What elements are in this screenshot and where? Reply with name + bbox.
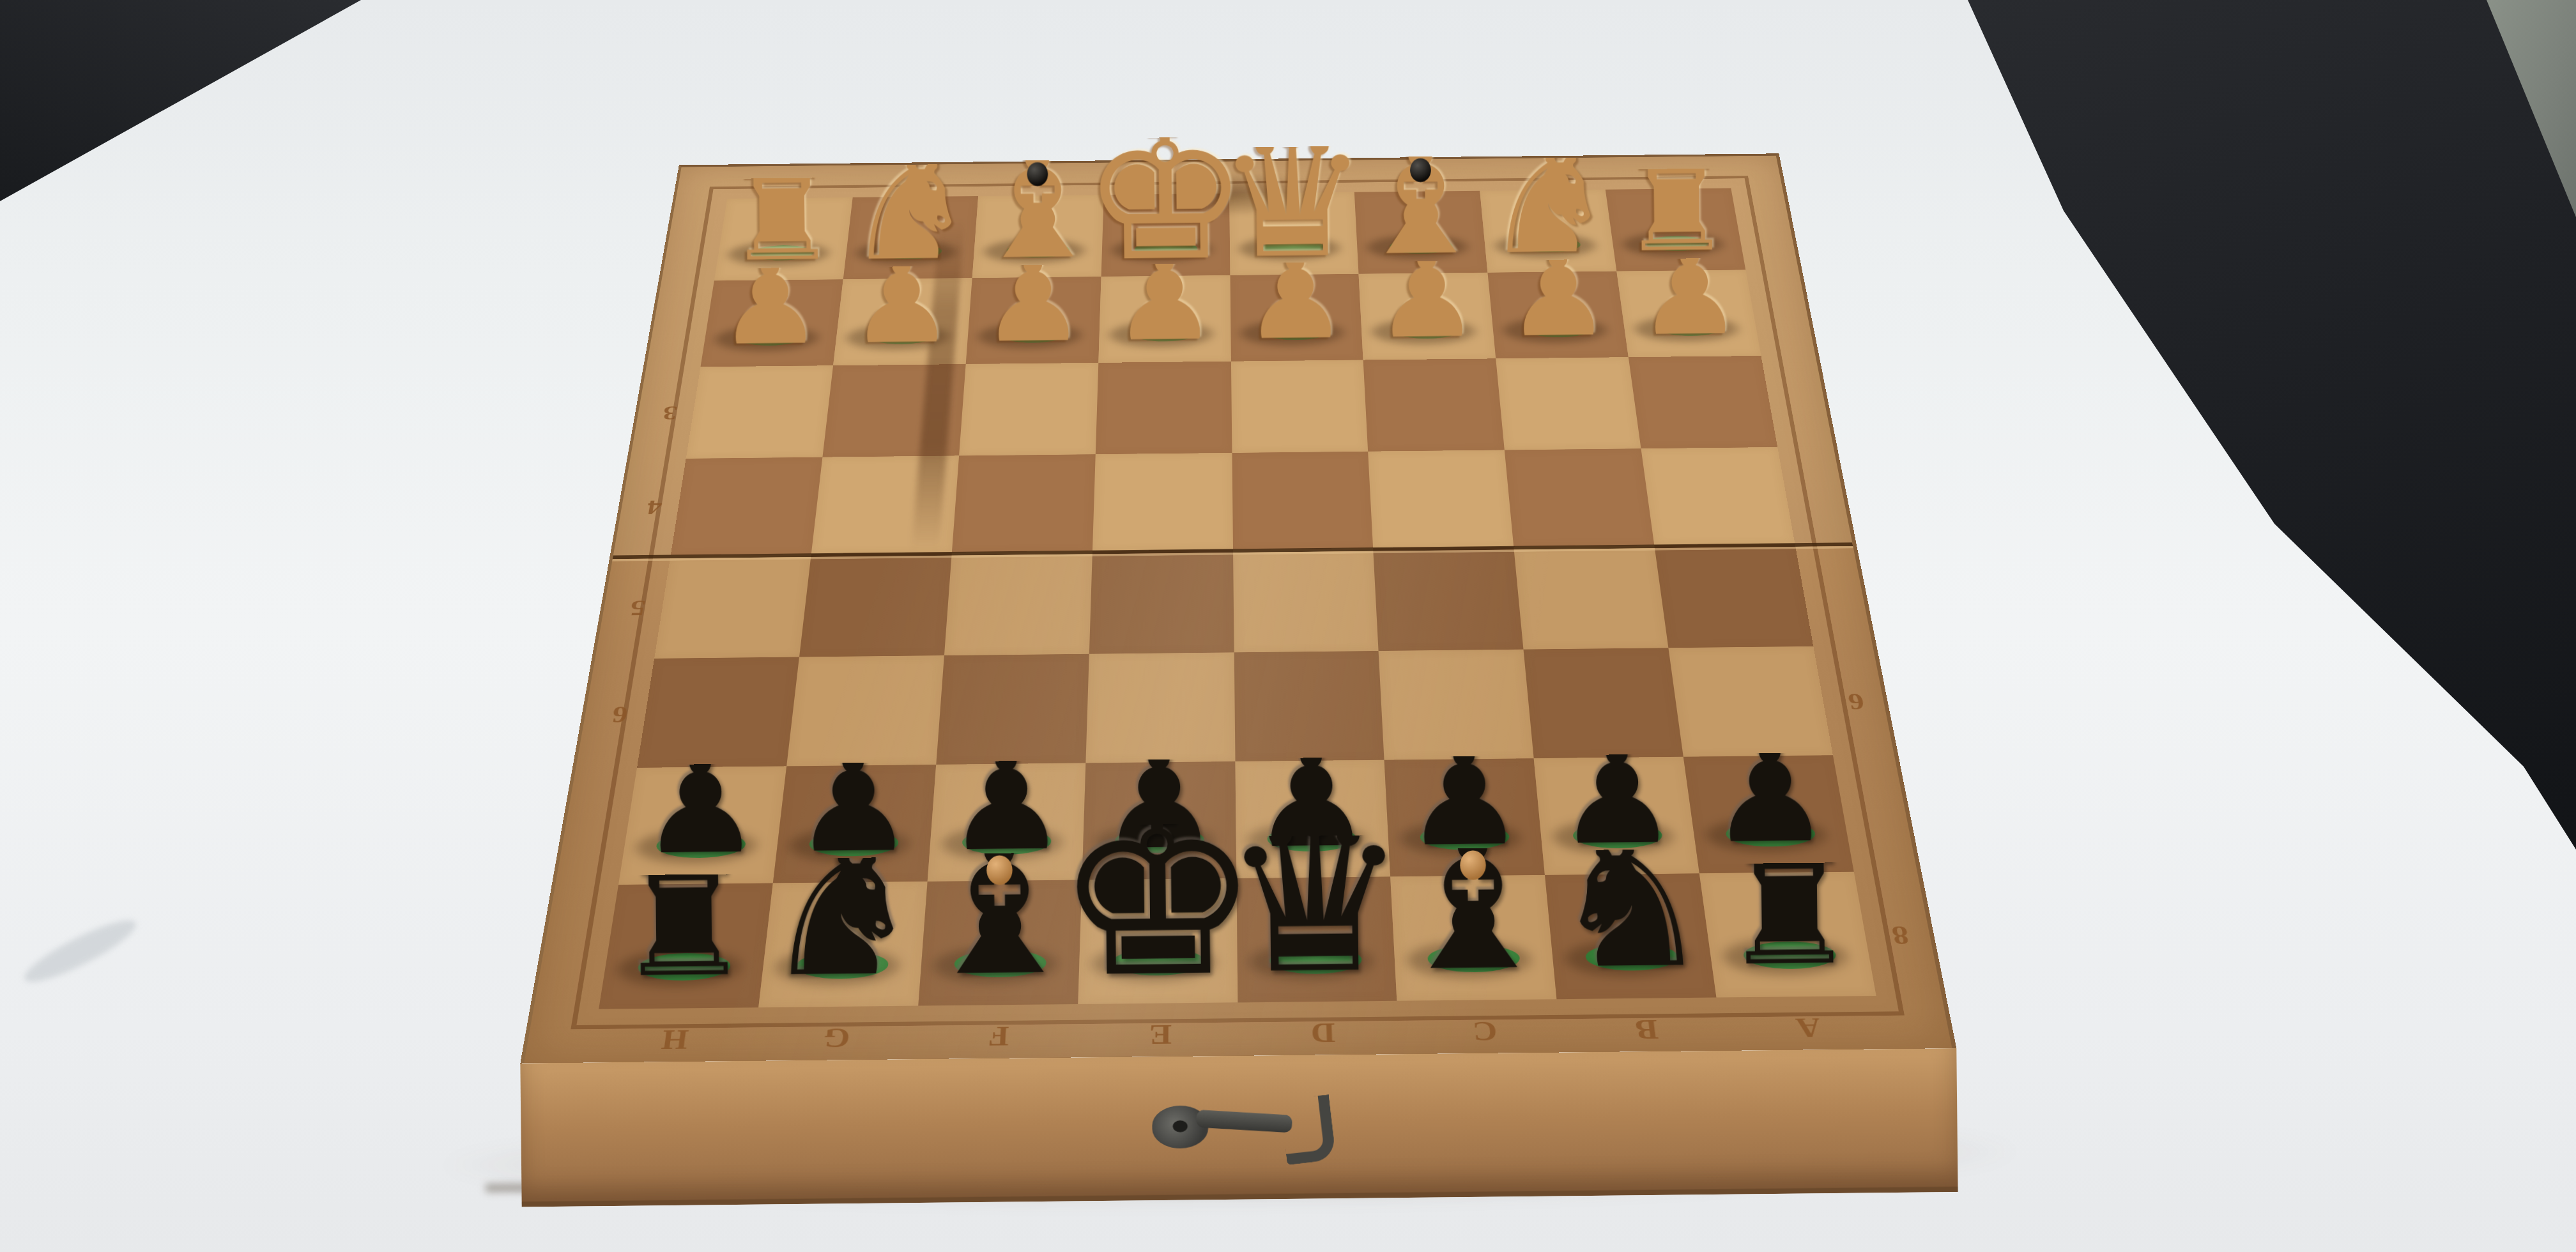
square-e3	[1095, 362, 1232, 454]
white-pawn-e2: ♟	[1112, 263, 1217, 334]
bishop-finial-tan	[986, 855, 1012, 885]
square-e4	[1092, 453, 1233, 551]
square-b3	[1496, 357, 1641, 450]
square-b4	[1505, 448, 1654, 547]
table-smudge	[19, 911, 142, 991]
file-label-a: A	[1794, 1012, 1823, 1044]
board-3d-scene: ♜♞♝♚♛♝♞♜♟♟♟♟♟♟♟♟♟♟♟♟♟♟♟♟♜♞♝♚♛♝♞♜ HGFEDCB…	[520, 153, 1956, 1063]
bishop-finial-black	[1027, 162, 1048, 187]
square-d2: ♟	[1230, 274, 1363, 362]
black-queen-d8: ♛	[1222, 835, 1409, 962]
square-a4	[1641, 447, 1795, 546]
square-e2: ♟	[1098, 275, 1231, 363]
white-pawn-f2: ♟	[981, 265, 1086, 336]
sofa-corner-top-left	[0, 0, 361, 201]
latch-arm-icon	[1195, 1109, 1292, 1133]
square-f4	[952, 454, 1096, 553]
white-pawn-h2: ♟	[717, 268, 823, 339]
black-knight-b8: ♞	[1551, 849, 1713, 958]
sofa-area-top-right	[1968, 0, 2576, 850]
square-d4	[1232, 451, 1374, 549]
white-pawn-a2: ♟	[1637, 258, 1743, 329]
square-c4	[1368, 450, 1514, 548]
square-b2: ♟	[1488, 271, 1629, 358]
square-h4	[671, 457, 823, 555]
black-rook-h8: ♜	[614, 874, 753, 968]
white-pawn-g2: ♟	[849, 266, 954, 337]
white-pawn-c2: ♟	[1375, 261, 1480, 332]
latch-hook-icon	[1280, 1094, 1337, 1165]
square-a3	[1629, 356, 1777, 448]
white-pawn-d2: ♟	[1243, 262, 1349, 333]
square-f2: ♟	[965, 277, 1101, 364]
latch-clasp	[1152, 1097, 1344, 1158]
square-h3	[686, 365, 833, 458]
square-a2: ♟	[1616, 270, 1761, 357]
black-bishop-f8: ♝	[916, 852, 1083, 965]
photo-scene: ♜♞♝♚♛♝♞♜♟♟♟♟♟♟♟♟♟♟♟♟♟♟♟♟♜♞♝♚♛♝♞♜ HGFEDCB…	[0, 0, 2576, 1252]
square-c2: ♟	[1359, 272, 1496, 360]
black-rook-a8: ♜	[1720, 862, 1859, 956]
black-knight-g8: ♞	[760, 857, 923, 966]
file-label-f: F	[988, 1020, 1010, 1052]
bishop-finial-tan	[1460, 850, 1486, 880]
bishop-finial-black	[1410, 158, 1431, 183]
square-f3	[959, 363, 1098, 455]
chess-board: ♜♞♝♚♛♝♞♜♟♟♟♟♟♟♟♟♟♟♟♟♟♟♟♟♜♞♝♚♛♝♞♜ HGFEDCB…	[520, 153, 1956, 1063]
white-pawn-b2: ♟	[1506, 259, 1611, 330]
square-h2: ♟	[700, 279, 843, 367]
file-label-c: C	[1471, 1015, 1498, 1047]
square-c3	[1363, 358, 1505, 451]
black-bishop-c8: ♝	[1390, 847, 1557, 960]
box-front-face	[520, 1048, 1958, 1207]
